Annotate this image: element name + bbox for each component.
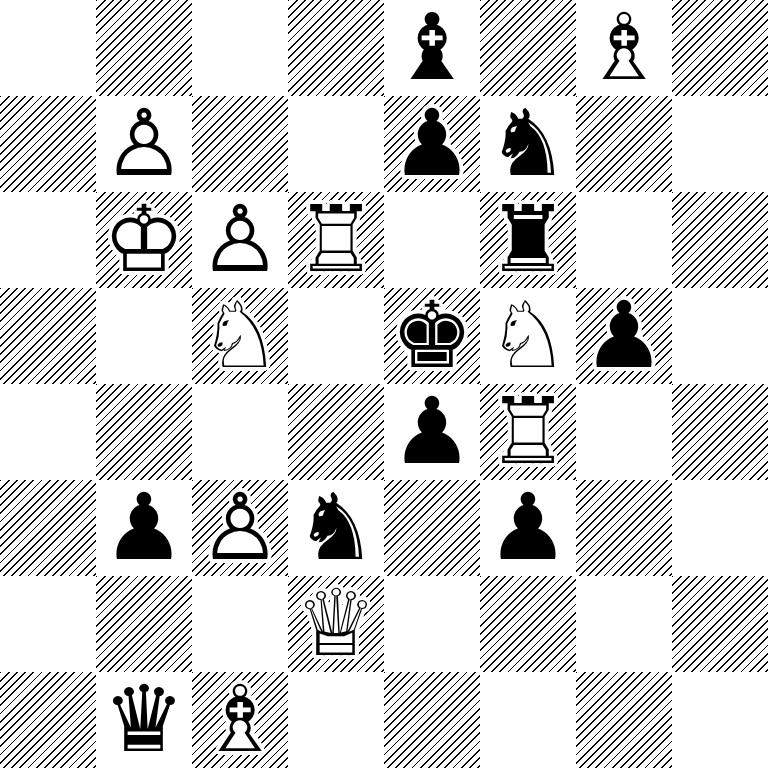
white-rook-glyph: ♖ [480,384,576,480]
piece-white-knight[interactable]: ♞♘ [192,288,288,384]
square-e7[interactable]: ♟♟ [384,96,480,192]
white-queen-glyph: ♕ [288,576,384,672]
black-pawn-glyph: ♟ [384,96,480,192]
black-pawn-glyph: ♟ [96,480,192,576]
square-h6[interactable] [672,192,768,288]
square-d1[interactable] [288,672,384,768]
square-h4[interactable] [672,384,768,480]
square-f7[interactable]: ♞♞ [480,96,576,192]
square-a2[interactable] [0,576,96,672]
black-knight-glyph: ♞ [480,96,576,192]
piece-black-king[interactable]: ♚♚ [384,288,480,384]
square-d8[interactable] [288,0,384,96]
piece-white-pawn[interactable]: ♟♙ [96,96,192,192]
square-h1[interactable] [672,672,768,768]
square-c3[interactable]: ♟♙ [192,480,288,576]
square-f8[interactable] [480,0,576,96]
white-knight-glyph: ♘ [480,288,576,384]
square-e1[interactable] [384,672,480,768]
piece-white-pawn[interactable]: ♟♙ [192,480,288,576]
square-g1[interactable] [576,672,672,768]
square-g4[interactable] [576,384,672,480]
square-e2[interactable] [384,576,480,672]
square-h5[interactable] [672,288,768,384]
square-f5[interactable]: ♞♘ [480,288,576,384]
square-a1[interactable] [0,672,96,768]
square-d7[interactable] [288,96,384,192]
white-pawn-glyph: ♙ [192,192,288,288]
piece-black-knight[interactable]: ♞♞ [480,96,576,192]
piece-black-pawn[interactable]: ♟♟ [384,96,480,192]
square-g8[interactable]: ♝♗ [576,0,672,96]
square-g6[interactable] [576,192,672,288]
white-pawn-glyph: ♙ [96,96,192,192]
square-e8[interactable]: ♝♝ [384,0,480,96]
square-d4[interactable] [288,384,384,480]
square-a3[interactable] [0,480,96,576]
square-g3[interactable] [576,480,672,576]
piece-black-queen[interactable]: ♛♛ [96,672,192,768]
square-d6[interactable]: ♜♖ [288,192,384,288]
black-king-glyph: ♚ [384,288,480,384]
white-rook-glyph: ♖ [288,192,384,288]
square-e3[interactable] [384,480,480,576]
square-h7[interactable] [672,96,768,192]
square-f1[interactable] [480,672,576,768]
square-a4[interactable] [0,384,96,480]
piece-black-pawn[interactable]: ♟♟ [480,480,576,576]
square-f4[interactable]: ♜♖ [480,384,576,480]
square-a8[interactable] [0,0,96,96]
square-g2[interactable] [576,576,672,672]
square-b5[interactable] [96,288,192,384]
piece-black-knight[interactable]: ♞♞ [288,480,384,576]
piece-white-king[interactable]: ♚♔ [96,192,192,288]
piece-black-rook[interactable]: ♜♜ [480,192,576,288]
square-g7[interactable] [576,96,672,192]
square-d5[interactable] [288,288,384,384]
square-d3[interactable]: ♞♞ [288,480,384,576]
square-b3[interactable]: ♟♟ [96,480,192,576]
black-pawn-glyph: ♟ [576,288,672,384]
square-f6[interactable]: ♜♜ [480,192,576,288]
square-c6[interactable]: ♟♙ [192,192,288,288]
square-b1[interactable]: ♛♛ [96,672,192,768]
piece-white-bishop[interactable]: ♝♗ [576,0,672,96]
piece-white-rook[interactable]: ♜♖ [480,384,576,480]
square-b8[interactable] [96,0,192,96]
square-e4[interactable]: ♟♟ [384,384,480,480]
chess-diagram: ♝♝♝♗♟♙♟♟♞♞♚♔♟♙♜♖♜♜♞♘♚♚♞♘♟♟♟♟♜♖♟♟♟♙♞♞♟♟♛♕… [0,0,768,768]
square-f2[interactable] [480,576,576,672]
piece-white-knight[interactable]: ♞♘ [480,288,576,384]
black-pawn-glyph: ♟ [480,480,576,576]
white-knight-glyph: ♘ [192,288,288,384]
piece-black-bishop[interactable]: ♝♝ [384,0,480,96]
square-c1[interactable]: ♝♗ [192,672,288,768]
square-e6[interactable] [384,192,480,288]
square-h8[interactable] [672,0,768,96]
square-c2[interactable] [192,576,288,672]
white-bishop-glyph: ♗ [576,0,672,96]
square-a7[interactable] [0,96,96,192]
white-bishop-glyph: ♗ [192,672,288,768]
square-c8[interactable] [192,0,288,96]
square-f3[interactable]: ♟♟ [480,480,576,576]
square-b7[interactable]: ♟♙ [96,96,192,192]
square-c7[interactable] [192,96,288,192]
square-d2[interactable]: ♛♕ [288,576,384,672]
piece-white-rook[interactable]: ♜♖ [288,192,384,288]
square-b4[interactable] [96,384,192,480]
piece-black-pawn[interactable]: ♟♟ [576,288,672,384]
black-queen-glyph: ♛ [96,672,192,768]
piece-black-pawn[interactable]: ♟♟ [384,384,480,480]
square-h3[interactable] [672,480,768,576]
white-king-glyph: ♔ [96,192,192,288]
piece-black-pawn[interactable]: ♟♟ [96,480,192,576]
black-pawn-glyph: ♟ [384,384,480,480]
square-e5[interactable]: ♚♚ [384,288,480,384]
chess-board: ♝♝♝♗♟♙♟♟♞♞♚♔♟♙♜♖♜♜♞♘♚♚♞♘♟♟♟♟♜♖♟♟♟♙♞♞♟♟♛♕… [0,0,768,768]
black-rook-glyph: ♜ [480,192,576,288]
square-b6[interactable]: ♚♔ [96,192,192,288]
black-knight-glyph: ♞ [288,480,384,576]
square-b2[interactable] [96,576,192,672]
square-a6[interactable] [0,192,96,288]
piece-white-pawn[interactable]: ♟♙ [192,192,288,288]
square-c5[interactable]: ♞♘ [192,288,288,384]
square-g5[interactable]: ♟♟ [576,288,672,384]
square-a5[interactable] [0,288,96,384]
white-pawn-glyph: ♙ [192,480,288,576]
square-c4[interactable] [192,384,288,480]
black-bishop-glyph: ♝ [384,0,480,96]
piece-white-queen[interactable]: ♛♕ [288,576,384,672]
piece-white-bishop[interactable]: ♝♗ [192,672,288,768]
square-h2[interactable] [672,576,768,672]
